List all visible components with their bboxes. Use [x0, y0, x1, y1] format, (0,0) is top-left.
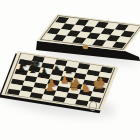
lid-square [112, 42, 126, 49]
chess-set-product-photo: ♟♚♞♟♟♝♟♟♟♟♚♟♛♞♟ [0, 0, 140, 140]
brass-clasp-icon [83, 45, 88, 49]
